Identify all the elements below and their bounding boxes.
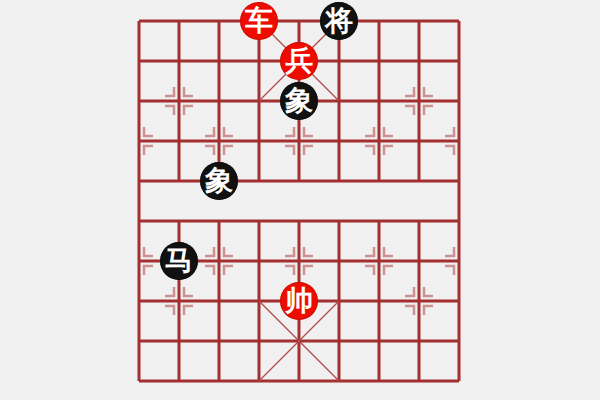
piece-red-chariot[interactable]: 车 xyxy=(240,2,278,40)
piece-black-general[interactable]: 将 xyxy=(320,2,358,40)
piece-black-horse[interactable]: 马 xyxy=(160,242,198,280)
piece-red-general[interactable]: 帅 xyxy=(280,282,318,320)
xiangqi-diagram: 车将兵象象马帅 xyxy=(0,0,600,400)
piece-black-elephant[interactable]: 象 xyxy=(200,162,238,200)
xiangqi-board: 车将兵象象马帅 xyxy=(119,1,479,400)
piece-black-elephant[interactable]: 象 xyxy=(280,82,318,120)
piece-red-soldier[interactable]: 兵 xyxy=(280,42,318,80)
